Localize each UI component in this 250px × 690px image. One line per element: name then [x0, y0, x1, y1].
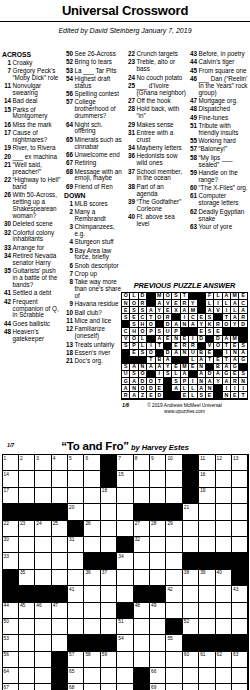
- puzzle-cell[interactable]: [35, 635, 51, 651]
- cell-number: 32: [135, 537, 140, 542]
- clue-text: Off the hook: [137, 98, 187, 105]
- puzzle-cell[interactable]: [19, 488, 35, 504]
- black-cell: [84, 635, 100, 651]
- puzzle-cell[interactable]: [199, 504, 215, 520]
- cell-number: 1: [4, 456, 7, 461]
- puzzle-cell[interactable]: [183, 586, 199, 602]
- cell-number: 5: [69, 456, 72, 461]
- clue-text: Arrange for: [13, 245, 63, 252]
- clue-number: 11: [64, 318, 75, 325]
- puzzle-cell[interactable]: 19: [199, 488, 215, 504]
- cell-number: 59: [102, 652, 107, 657]
- answer-cell: S: [122, 314, 130, 321]
- cell-number: 69: [151, 685, 156, 690]
- puzzle-cell[interactable]: [150, 488, 166, 504]
- puzzle-cell[interactable]: [101, 504, 117, 520]
- clue-number: 35: [2, 268, 13, 289]
- puzzle-cell[interactable]: 10: [166, 455, 182, 471]
- puzzle-cell[interactable]: [134, 471, 150, 487]
- clue-text: Spelling contest: [75, 91, 125, 98]
- puzzle-cell[interactable]: 4: [52, 455, 68, 471]
- puzzle-cell[interactable]: [117, 684, 133, 690]
- clue-text: Calvin’s tiger: [199, 59, 249, 66]
- clue-text: Sturgeon stuff: [75, 239, 125, 246]
- puzzle-cell[interactable]: 25: [52, 521, 68, 537]
- clue-number: 11: [2, 83, 13, 97]
- puzzle-cell[interactable]: [19, 635, 35, 651]
- puzzle-cell[interactable]: [117, 570, 133, 586]
- puzzle-cell[interactable]: [232, 684, 248, 690]
- puzzle-cell[interactable]: [101, 521, 117, 537]
- clue-text: Crop up: [75, 271, 125, 278]
- puzzle-cell[interactable]: [117, 488, 133, 504]
- puzzle-cell[interactable]: [199, 684, 215, 690]
- cell-number: 14: [4, 472, 9, 477]
- black-cell: [183, 553, 199, 569]
- puzzle-cell[interactable]: 24: [35, 521, 51, 537]
- puzzle-cell[interactable]: 9: [150, 455, 166, 471]
- puzzle-cell[interactable]: 59: [101, 652, 117, 668]
- puzzle-cell[interactable]: [84, 668, 100, 684]
- puzzle-cell[interactable]: [166, 488, 182, 504]
- clue-number: 44: [2, 321, 13, 328]
- puzzle-cell[interactable]: 16: [199, 471, 215, 487]
- black-cell: [52, 586, 68, 602]
- clue-text: Many a Rembrandt: [75, 209, 125, 223]
- puzzle-cell[interactable]: [216, 603, 232, 619]
- puzzle-cell[interactable]: [19, 553, 35, 569]
- clue-number: 42: [2, 299, 13, 320]
- puzzle-cell[interactable]: 32: [134, 537, 150, 553]
- puzzle-cell[interactable]: [134, 635, 150, 651]
- cell-number: 7: [118, 456, 121, 461]
- puzzle-cell[interactable]: 22: [3, 521, 19, 537]
- puzzle-cell[interactable]: [117, 521, 133, 537]
- puzzle-cell[interactable]: [35, 570, 51, 586]
- puzzle-cell[interactable]: 35: [19, 570, 35, 586]
- puzzle-cell[interactable]: [183, 684, 199, 690]
- clue: 69Friend of Ren: [64, 184, 124, 191]
- puzzle-cell[interactable]: [232, 471, 248, 487]
- puzzle-cell[interactable]: [166, 537, 182, 553]
- clue: 66Unwelcome end: [64, 152, 124, 159]
- puzzle-cell[interactable]: [199, 603, 215, 619]
- clue-text: Retiring: [75, 160, 125, 167]
- clue-number: 66: [64, 152, 75, 159]
- puzzle-cell[interactable]: [134, 488, 150, 504]
- clue-number: 37: [126, 169, 137, 183]
- puzzle-cell[interactable]: [216, 684, 232, 690]
- puzzle-cell[interactable]: [150, 471, 166, 487]
- cell-number: 8: [135, 456, 138, 461]
- cell-number: 57: [69, 652, 74, 657]
- puzzle-cell[interactable]: [216, 504, 232, 520]
- puzzle-cell[interactable]: [19, 619, 35, 635]
- masthead: Universal Crossword: [0, 0, 250, 18]
- puzzle-cell[interactable]: [216, 586, 232, 602]
- puzzle-cell[interactable]: [199, 586, 215, 602]
- puzzle-cell[interactable]: 2: [19, 455, 35, 471]
- puzzle-cell[interactable]: [19, 537, 35, 553]
- puzzle-cell[interactable]: [68, 570, 84, 586]
- puzzle-cell[interactable]: 44: [3, 603, 19, 619]
- puzzle-cell[interactable]: [68, 603, 84, 619]
- puzzle-cell[interactable]: [117, 668, 133, 684]
- puzzle-cell[interactable]: 49: [150, 603, 166, 619]
- cell-number: 30: [4, 537, 9, 542]
- answer-cell: O: [214, 343, 222, 350]
- clue: 1MLB scores: [64, 201, 124, 208]
- answer-cell: E: [147, 392, 155, 399]
- clue-text: Parks of Montgomery: [13, 107, 63, 121]
- puzzle-cell[interactable]: [52, 635, 68, 651]
- clue-number: 31: [126, 130, 137, 144]
- puzzle-cell[interactable]: 1: [3, 455, 19, 471]
- puzzle-cell[interactable]: [166, 652, 182, 668]
- puzzle-cell[interactable]: [134, 652, 150, 668]
- clue-text: Before, in poetry: [199, 51, 249, 58]
- puzzle-cell[interactable]: [68, 619, 84, 635]
- clue-text: Crunch targets: [137, 51, 187, 58]
- clue-number: 39: [126, 199, 137, 213]
- puzzle-cell[interactable]: [232, 521, 248, 537]
- clue: 42Frequent companion of Q, in Scrabble: [2, 299, 62, 320]
- cell-number: 51: [118, 619, 123, 624]
- puzzle-cell[interactable]: 12: [216, 455, 232, 471]
- clue: 44Calvin’s tiger: [188, 59, 248, 66]
- puzzle-cell[interactable]: 29: [166, 521, 182, 537]
- puzzle-cell[interactable]: 46: [35, 603, 51, 619]
- puzzle-cell[interactable]: [117, 504, 133, 520]
- puzzle-cell[interactable]: [232, 603, 248, 619]
- puzzle-cell[interactable]: [84, 504, 100, 520]
- puzzle-cell[interactable]: 62: [216, 652, 232, 668]
- clue: 58“My lips ___ sealed”: [188, 155, 248, 169]
- puzzle-cell[interactable]: [84, 488, 100, 504]
- puzzle-cell[interactable]: [166, 684, 182, 690]
- cell-number: 48: [135, 603, 140, 608]
- puzzle-cell[interactable]: [84, 586, 100, 602]
- clue-text: Doc’s org.: [75, 358, 125, 365]
- puzzle-cell[interactable]: [216, 668, 232, 684]
- cell-number: 11: [200, 456, 205, 461]
- puzzle-cell[interactable]: [35, 553, 51, 569]
- puzzle-cell[interactable]: [35, 537, 51, 553]
- puzzle-cell[interactable]: 52: [183, 619, 199, 635]
- black-cell: [101, 553, 117, 569]
- clue-text: “Baloney!”: [199, 146, 249, 153]
- puzzle-cell[interactable]: [232, 668, 248, 684]
- puzzle-cell[interactable]: 20: [68, 504, 84, 520]
- puzzle-cell[interactable]: 67: [3, 684, 19, 690]
- puzzle-cell[interactable]: [84, 619, 100, 635]
- puzzle-cell[interactable]: [199, 521, 215, 537]
- puzzle-cell[interactable]: 60: [183, 652, 199, 668]
- puzzle-cell[interactable]: 65: [68, 668, 84, 684]
- puzzle-cell[interactable]: 69: [150, 684, 166, 690]
- cell-number: 29: [167, 521, 172, 526]
- puzzle-cell[interactable]: [35, 471, 51, 487]
- puzzle-cell[interactable]: [101, 668, 117, 684]
- puzzle-cell[interactable]: 43: [232, 586, 248, 602]
- puzzle-cell[interactable]: 27: [134, 521, 150, 537]
- puzzle-cell[interactable]: 40: [216, 570, 232, 586]
- puzzle-cell[interactable]: [216, 521, 232, 537]
- puzzle-cell[interactable]: [150, 635, 166, 651]
- black-cell: [232, 570, 248, 586]
- clue-number: 33: [2, 245, 13, 252]
- puzzle-cell[interactable]: 66: [150, 668, 166, 684]
- puzzle-cell[interactable]: [216, 619, 232, 635]
- puzzle-cell[interactable]: 33: [3, 553, 19, 569]
- puzzle-cell[interactable]: 50: [3, 619, 19, 635]
- puzzle-cell[interactable]: [166, 668, 182, 684]
- puzzle-cell[interactable]: [166, 553, 182, 569]
- puzzle-cell[interactable]: [150, 570, 166, 586]
- clue-number: 61: [188, 193, 199, 207]
- puzzle-cell[interactable]: 36: [84, 570, 100, 586]
- clue-number: 17: [2, 130, 13, 144]
- clue-text: Your of yore: [199, 224, 249, 231]
- clue: 62Deadly Egyptian snake: [188, 209, 248, 223]
- puzzle-cell[interactable]: [150, 537, 166, 553]
- puzzle-cell[interactable]: [166, 570, 182, 586]
- puzzle-cell[interactable]: [68, 488, 84, 504]
- clue-text: Message with an emoji, maybe: [75, 169, 125, 183]
- puzzle-cell[interactable]: [216, 537, 232, 553]
- previous-answer-section: PREVIOUS PUZZLE ANSWER OLDMOSTFLAMENORAV…: [121, 281, 248, 414]
- puzzle-cell[interactable]: [134, 553, 150, 569]
- puzzle-cell[interactable]: 42: [166, 586, 182, 602]
- puzzle-cell[interactable]: 13: [232, 455, 248, 471]
- puzzle-cell[interactable]: [216, 471, 232, 487]
- puzzle-cell[interactable]: 48: [134, 603, 150, 619]
- puzzle-cell[interactable]: 56: [3, 652, 19, 668]
- cell-number: 12: [217, 456, 222, 461]
- puzzle-cell[interactable]: [134, 570, 150, 586]
- puzzle-cell[interactable]: 68: [68, 684, 84, 690]
- black-cell: [3, 504, 19, 520]
- puzzle-cell[interactable]: [52, 570, 68, 586]
- clue-number: 36: [126, 153, 137, 167]
- clue-text: Heaven’s gatekeeper: [13, 329, 63, 343]
- puzzle-cell[interactable]: 64: [3, 668, 19, 684]
- puzzle-cell[interactable]: [101, 586, 117, 602]
- clue: 52Bring to tears: [64, 59, 124, 66]
- cell-number: 28: [151, 521, 156, 526]
- clue: 39“The Godfather” Corleone: [126, 199, 186, 213]
- puzzle-cell[interactable]: [68, 471, 84, 487]
- puzzle-cell[interactable]: [183, 668, 199, 684]
- puzzle-cell[interactable]: 7: [117, 455, 133, 471]
- puzzle-cell[interactable]: [52, 619, 68, 635]
- puzzle-cell[interactable]: [232, 504, 248, 520]
- puzzle-cell[interactable]: 11: [199, 455, 215, 471]
- puzzle-cell[interactable]: 14: [3, 471, 19, 487]
- puzzle-cell[interactable]: 37: [101, 570, 117, 586]
- puzzle-cell[interactable]: 17: [3, 488, 19, 504]
- puzzle-cell[interactable]: [101, 684, 117, 690]
- puzzle-cell[interactable]: 41: [68, 586, 84, 602]
- puzzle-cell[interactable]: [232, 619, 248, 635]
- black-cell: [117, 537, 133, 553]
- puzzle-cell[interactable]: [183, 603, 199, 619]
- clue: 17Cause of nightmares?: [2, 130, 62, 144]
- puzzle-cell[interactable]: 5: [68, 455, 84, 471]
- cell-number: 56: [4, 652, 9, 657]
- puzzle-cell[interactable]: 58: [84, 652, 100, 668]
- black-cell: [35, 504, 51, 520]
- cell-number: 64: [4, 669, 9, 674]
- puzzle-cell[interactable]: [232, 488, 248, 504]
- clue-number: 57: [188, 146, 199, 153]
- puzzle-cell[interactable]: 45: [19, 603, 35, 619]
- puzzle-cell[interactable]: 15: [117, 471, 133, 487]
- puzzle-cell[interactable]: [117, 586, 133, 602]
- clue-number: 55: [188, 138, 199, 145]
- clue-number: 53: [64, 68, 75, 75]
- puzzle-cell[interactable]: 38: [183, 570, 199, 586]
- clue: 41Settled a debt: [2, 290, 62, 297]
- puzzle-cell[interactable]: [199, 668, 215, 684]
- clue-number: 51: [188, 123, 199, 137]
- puzzle-cell[interactable]: [101, 603, 117, 619]
- puzzle-cell[interactable]: 6: [84, 455, 100, 471]
- puzzle-cell[interactable]: 18: [101, 488, 117, 504]
- puzzle-cell[interactable]: [150, 652, 166, 668]
- clue-text: From square one: [199, 68, 249, 75]
- puzzle-cell[interactable]: [19, 684, 35, 690]
- clue: 37School member, in the ocean: [126, 169, 186, 183]
- puzzle-cell[interactable]: [84, 537, 100, 553]
- puzzle-cell[interactable]: [35, 684, 51, 690]
- puzzle-cell[interactable]: [183, 521, 199, 537]
- clue: 43Before, in poetry: [188, 51, 248, 58]
- puzzle-cell[interactable]: 63: [232, 652, 248, 668]
- puzzle-cell[interactable]: [19, 668, 35, 684]
- clue-number: 60: [188, 185, 199, 192]
- cell-number: 65: [69, 669, 74, 674]
- puzzle-cell[interactable]: 57: [68, 652, 84, 668]
- black-cell: [183, 455, 199, 471]
- clue-text: “My lips ___ sealed”: [199, 155, 249, 169]
- clue-number: 48: [2, 329, 13, 343]
- puzzle-cell[interactable]: [68, 553, 84, 569]
- clue: 64Night sch. offering: [64, 122, 124, 136]
- black-cell: [68, 521, 84, 537]
- puzzle-cell[interactable]: 8: [134, 455, 150, 471]
- black-cell: [216, 635, 232, 651]
- puzzle-cell[interactable]: [52, 537, 68, 553]
- puzzle-cell[interactable]: 51: [117, 619, 133, 635]
- clue-number: 7: [64, 271, 75, 278]
- clue: 57College brotherhood of drummers?: [64, 99, 124, 120]
- puzzle-cell[interactable]: [117, 652, 133, 668]
- puzzle-cell[interactable]: 31: [68, 537, 84, 553]
- answer-cell: N: [181, 350, 189, 357]
- clue-number: 48: [188, 106, 199, 113]
- clue-number: 5: [64, 248, 75, 262]
- puzzle-cell[interactable]: [35, 668, 51, 684]
- clue-number: 23: [126, 59, 137, 73]
- title-divider: [0, 21, 250, 22]
- puzzle-cell[interactable]: [35, 488, 51, 504]
- clue-number: 41: [2, 290, 13, 297]
- puzzle-cell[interactable]: 39: [199, 570, 215, 586]
- clue-text: MLB scores: [75, 201, 125, 208]
- puzzle-title: “To and Fro”: [61, 440, 129, 452]
- puzzle-cell[interactable]: 34: [117, 553, 133, 569]
- puzzle-cell[interactable]: [35, 619, 51, 635]
- puzzle-cell[interactable]: 30: [3, 537, 19, 553]
- black-cell: [35, 586, 51, 602]
- puzzle-cell[interactable]: 23: [19, 521, 35, 537]
- puzzle-cell[interactable]: 55: [166, 635, 182, 651]
- clue-number: 62: [188, 209, 199, 223]
- puzzle-cell[interactable]: [52, 553, 68, 569]
- answer-cell: T: [206, 357, 214, 364]
- clue-text: Treats unfairly: [75, 342, 125, 349]
- puzzle-cell[interactable]: 28: [150, 521, 166, 537]
- puzzle-cell[interactable]: [134, 619, 150, 635]
- puzzle-cell[interactable]: [166, 603, 182, 619]
- puzzle-cell[interactable]: [232, 537, 248, 553]
- puzzle-cell[interactable]: [216, 488, 232, 504]
- answer-cell: S: [122, 343, 130, 350]
- puzzle-cell[interactable]: [19, 652, 35, 668]
- cell-number: 54: [118, 636, 123, 641]
- puzzle-cell[interactable]: 3: [35, 455, 51, 471]
- puzzle-cell[interactable]: 47: [52, 603, 68, 619]
- puzzle-cell[interactable]: [101, 537, 117, 553]
- puzzle-cell[interactable]: 53: [3, 635, 19, 651]
- answer-cell: T: [239, 392, 247, 399]
- clue: 40Ft. above sea level: [126, 214, 186, 228]
- answer-cell: D: [198, 336, 206, 343]
- puzzle-cell[interactable]: 61: [199, 652, 215, 668]
- puzzle-cell[interactable]: 54: [117, 635, 133, 651]
- puzzle-cell[interactable]: [199, 619, 215, 635]
- puzzle-cell[interactable]: [84, 684, 100, 690]
- clue: 2Many a Rembrandt: [64, 209, 124, 223]
- clue: 59Handle on the range?: [188, 170, 248, 184]
- clue-column-2: 50See 26-Across52Bring to tears53La ___ …: [64, 51, 124, 366]
- puzzle-cell[interactable]: [84, 603, 100, 619]
- puzzle-cell[interactable]: [52, 488, 68, 504]
- black-cell: [52, 504, 68, 520]
- clue-number: 25: [126, 83, 137, 97]
- puzzle-cell[interactable]: [150, 619, 166, 635]
- clue-text: Handle on the range?: [199, 170, 249, 184]
- puzzle-cell[interactable]: [52, 471, 68, 487]
- clue-number: 40: [126, 214, 137, 228]
- clue-text: Treble, alto or bass: [137, 59, 187, 73]
- puzzle-cell[interactable]: 21: [183, 504, 199, 520]
- puzzle-cell[interactable]: [166, 471, 182, 487]
- puzzle-cell[interactable]: 26: [84, 521, 100, 537]
- answer-cell: A: [147, 364, 155, 371]
- clue: 48Dispatched: [188, 106, 248, 113]
- clue-text: Cause of nightmares?: [13, 130, 63, 144]
- puzzle-cell[interactable]: [199, 537, 215, 553]
- puzzle-cell[interactable]: [35, 652, 51, 668]
- puzzle-cell[interactable]: [183, 537, 199, 553]
- puzzle-cell[interactable]: [19, 471, 35, 487]
- puzzle-cell[interactable]: [101, 619, 117, 635]
- puzzle-cell[interactable]: [150, 553, 166, 569]
- puzzle-cell[interactable]: [84, 471, 100, 487]
- cell-number: 9: [151, 456, 154, 461]
